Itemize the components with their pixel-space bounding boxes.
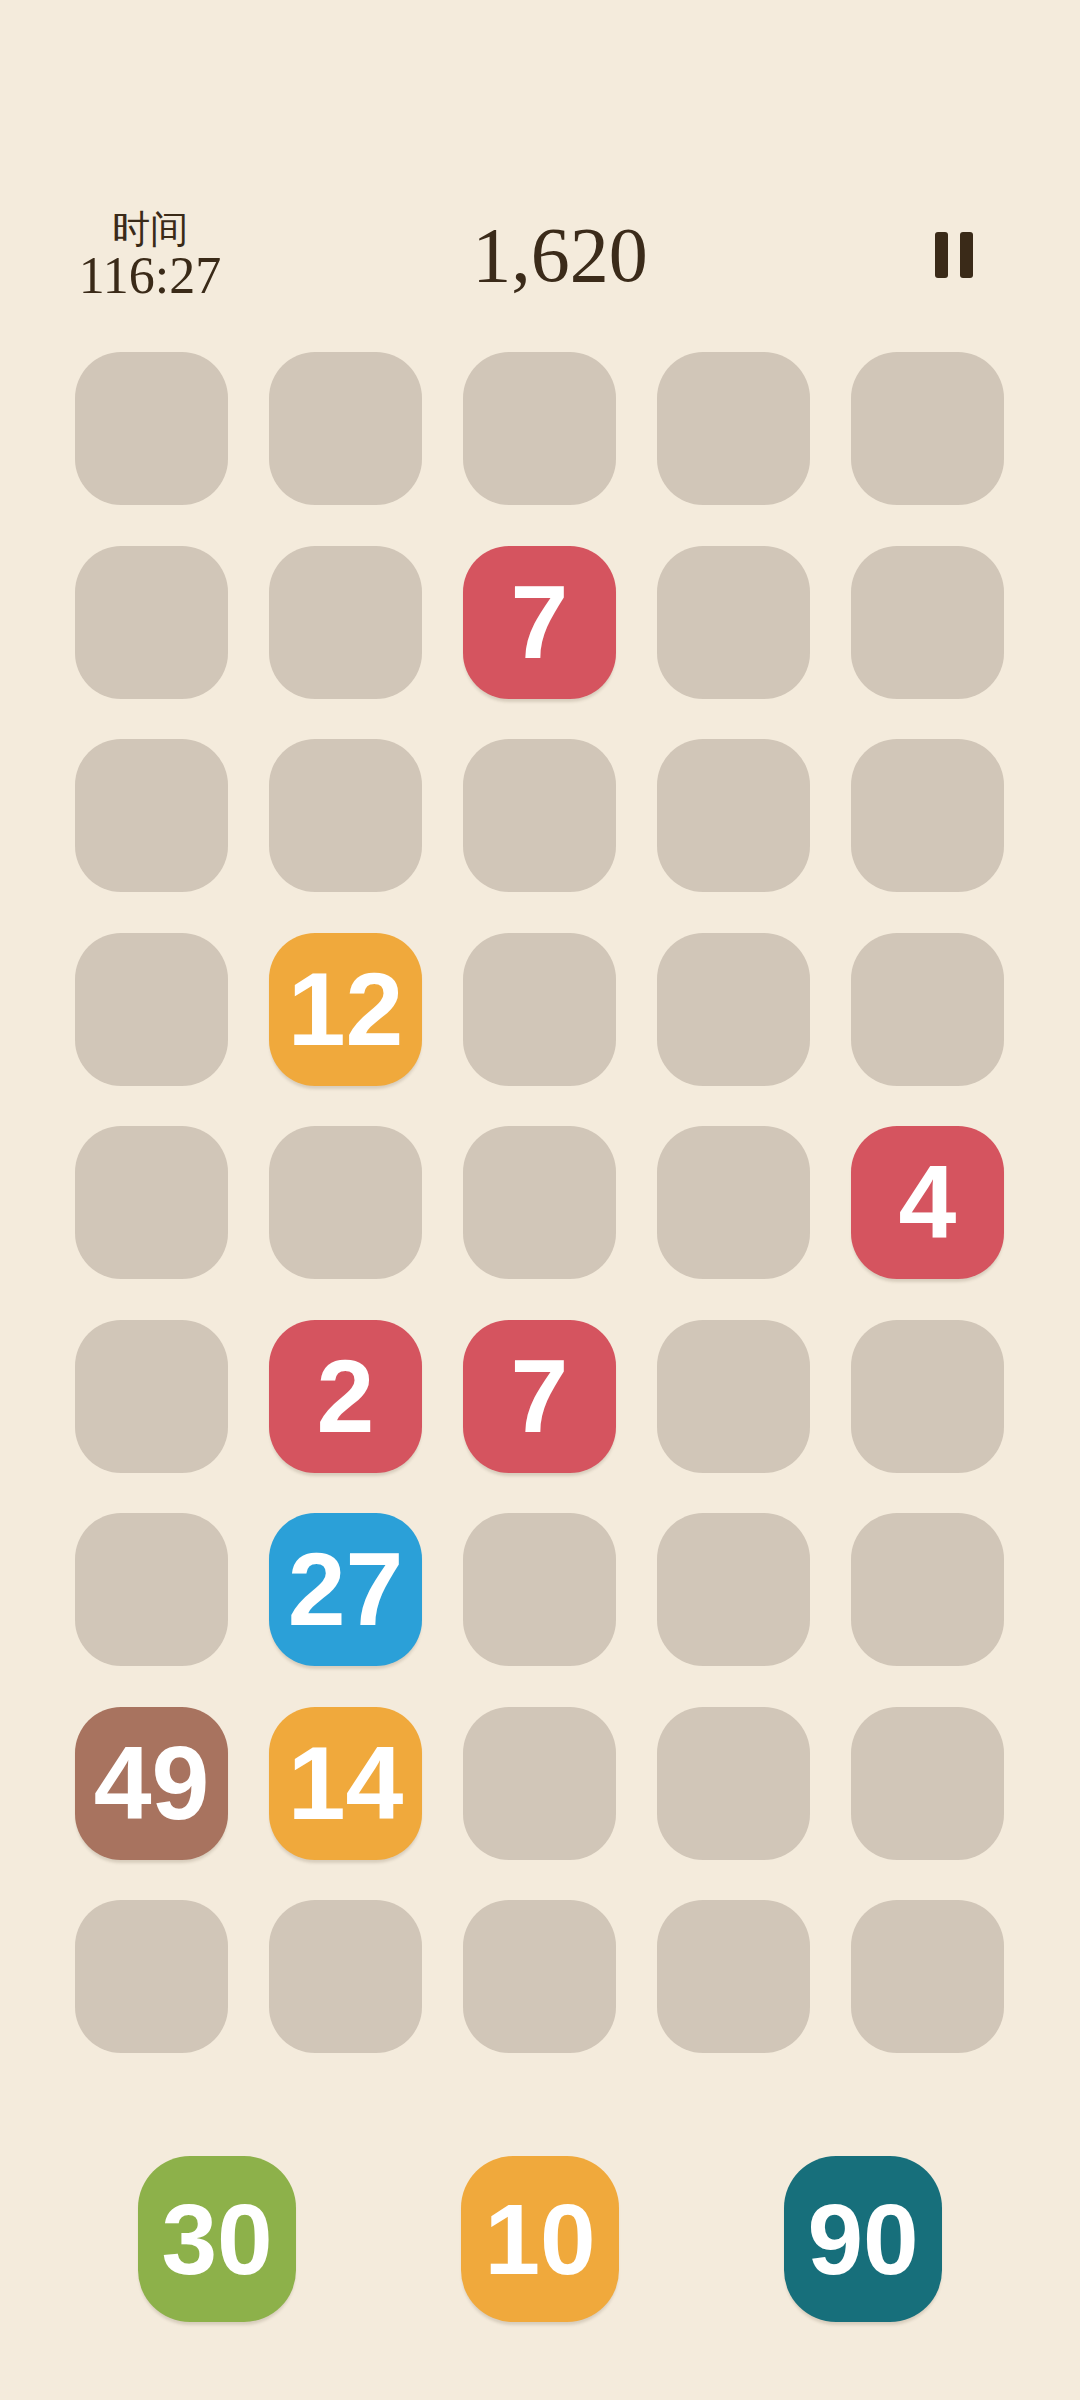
empty-cell-r7c3[interactable] [463, 1513, 616, 1666]
empty-cell-r6c4[interactable] [657, 1320, 810, 1473]
tray-tile-90[interactable]: 90 [784, 2156, 942, 2322]
empty-cell-r7c5[interactable] [851, 1513, 1004, 1666]
empty-cell-r1c3[interactable] [463, 352, 616, 505]
empty-cell-r2c4[interactable] [657, 546, 810, 699]
empty-cell-r9c2[interactable] [269, 1900, 422, 2053]
empty-cell-r3c4[interactable] [657, 739, 810, 892]
empty-cell-r4c5[interactable] [851, 933, 1004, 1086]
tray-tile-10[interactable]: 10 [461, 2156, 619, 2322]
empty-cell-r5c3[interactable] [463, 1126, 616, 1279]
tile-27-r7c2[interactable]: 27 [269, 1513, 422, 1666]
tile-7-r6c3[interactable]: 7 [463, 1320, 616, 1473]
empty-cell-r4c1[interactable] [75, 933, 228, 1086]
empty-cell-r7c4[interactable] [657, 1513, 810, 1666]
empty-cell-r3c2[interactable] [269, 739, 422, 892]
empty-cell-r6c1[interactable] [75, 1320, 228, 1473]
empty-cell-r2c2[interactable] [269, 546, 422, 699]
tile-4-r5c5[interactable]: 4 [851, 1126, 1004, 1279]
pause-button[interactable] [860, 232, 1080, 278]
tile-7-r2c3[interactable]: 7 [463, 546, 616, 699]
empty-cell-r5c1[interactable] [75, 1126, 228, 1279]
empty-cell-r1c5[interactable] [851, 352, 1004, 505]
header-bar: 时间 116:27 1,620 [0, 200, 1080, 310]
empty-cell-r5c4[interactable] [657, 1126, 810, 1279]
score-display: 1,620 [260, 215, 860, 295]
tile-2-r6c2[interactable]: 2 [269, 1320, 422, 1473]
empty-cell-r1c2[interactable] [269, 352, 422, 505]
empty-cell-r8c5[interactable] [851, 1707, 1004, 1860]
timer: 时间 116:27 [40, 208, 260, 302]
empty-cell-r1c4[interactable] [657, 352, 810, 505]
empty-cell-r3c1[interactable] [75, 739, 228, 892]
tile-49-r8c1[interactable]: 49 [75, 1707, 228, 1860]
pause-icon [935, 232, 973, 278]
empty-cell-r9c3[interactable] [463, 1900, 616, 2053]
empty-cell-r7c1[interactable] [75, 1513, 228, 1666]
tile-12-r4c2[interactable]: 12 [269, 933, 422, 1086]
empty-cell-r4c4[interactable] [657, 933, 810, 1086]
game-screen: 时间 116:27 1,620 712427274914 301090 [0, 0, 1080, 2400]
game-board: 712427274914 [75, 352, 1004, 2053]
empty-cell-r4c3[interactable] [463, 933, 616, 1086]
empty-cell-r5c2[interactable] [269, 1126, 422, 1279]
empty-cell-r2c5[interactable] [851, 546, 1004, 699]
empty-cell-r9c1[interactable] [75, 1900, 228, 2053]
empty-cell-r9c5[interactable] [851, 1900, 1004, 2053]
empty-cell-r8c4[interactable] [657, 1707, 810, 1860]
timer-value: 116:27 [79, 250, 222, 302]
tile-14-r8c2[interactable]: 14 [269, 1707, 422, 1860]
empty-cell-r8c3[interactable] [463, 1707, 616, 1860]
empty-cell-r3c5[interactable] [851, 739, 1004, 892]
empty-cell-r3c3[interactable] [463, 739, 616, 892]
timer-label: 时间 [112, 208, 188, 250]
empty-cell-r9c4[interactable] [657, 1900, 810, 2053]
tile-tray: 301090 [0, 2156, 1080, 2322]
empty-cell-r2c1[interactable] [75, 546, 228, 699]
empty-cell-r1c1[interactable] [75, 352, 228, 505]
tray-tile-30[interactable]: 30 [138, 2156, 296, 2322]
empty-cell-r6c5[interactable] [851, 1320, 1004, 1473]
